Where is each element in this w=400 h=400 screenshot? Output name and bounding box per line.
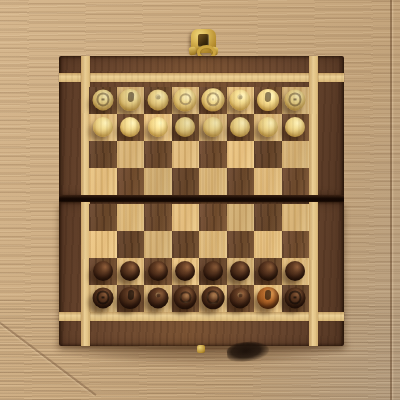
piece-black-pawn-h7: ♟ [285, 261, 305, 281]
piece-black-pawn-g7: ♟ [258, 261, 278, 281]
piece-body [147, 89, 168, 110]
square-g3 [254, 141, 282, 168]
plank-seam-right [390, 0, 392, 400]
piece-body [285, 89, 306, 110]
inlay-stripe-horizontal-top [59, 73, 344, 82]
square-b8: ♞ [117, 285, 145, 312]
piece-white-pawn-c2: ♙ [148, 117, 168, 137]
square-h6 [282, 231, 310, 258]
piece-body [258, 261, 278, 281]
square-d5 [172, 204, 200, 231]
piece-white-pawn-b2: ♙ [120, 117, 140, 137]
square-d7: ♟ [172, 258, 200, 285]
square-g5 [254, 204, 282, 231]
piece-body [230, 89, 251, 110]
piece-body [230, 117, 250, 137]
piece-white-pawn-d2: ♙ [175, 117, 195, 137]
piece-body [203, 117, 223, 137]
chess-box-photo: ♖♘♗♕♔♗♘♖♙♙♙♙♙♙♙♙ ♟♟♟♟♟♟♟♟♜♞♝♛♚♝♞♜ [0, 0, 400, 400]
piece-body [203, 261, 223, 281]
square-b5 [117, 204, 145, 231]
square-a4 [89, 168, 117, 195]
piece-body [258, 117, 278, 137]
piece-white-queen-d1: ♕ [174, 88, 197, 111]
square-h8: ♜ [282, 285, 310, 312]
square-e1: ♔ [199, 87, 227, 114]
piece-black-pawn-c7: ♟ [148, 261, 168, 281]
piece-body [92, 287, 113, 308]
square-f7: ♟ [227, 258, 255, 285]
piece-body [120, 261, 140, 281]
piece-body [285, 261, 305, 281]
square-e3 [199, 141, 227, 168]
piece-white-rook-h1: ♖ [285, 89, 306, 110]
brass-clasp-foot-left [188, 47, 196, 56]
square-b2: ♙ [117, 114, 145, 141]
square-f2: ♙ [227, 114, 255, 141]
piece-body [92, 89, 113, 110]
square-e2: ♙ [199, 114, 227, 141]
square-a2: ♙ [89, 114, 117, 141]
piece-body [147, 287, 168, 308]
square-a3 [89, 141, 117, 168]
piece-body [175, 261, 195, 281]
piece-black-knight-b8: ♞ [119, 286, 141, 308]
piece-body [93, 261, 113, 281]
square-b4 [117, 168, 145, 195]
square-g4 [254, 168, 282, 195]
piece-body [175, 117, 195, 137]
piece-black-rook-a8: ♜ [92, 287, 113, 308]
square-c4 [144, 168, 172, 195]
square-g7: ♟ [254, 258, 282, 285]
square-c1: ♗ [144, 87, 172, 114]
piece-black-pawn-f7: ♟ [230, 261, 250, 281]
square-b6 [117, 231, 145, 258]
square-h1: ♖ [282, 87, 310, 114]
square-e7: ♟ [199, 258, 227, 285]
square-c8: ♝ [144, 285, 172, 312]
square-h4 [282, 168, 310, 195]
square-d1: ♕ [172, 87, 200, 114]
square-h7: ♟ [282, 258, 310, 285]
piece-body [285, 287, 306, 308]
piece-black-pawn-a7: ♟ [93, 261, 113, 281]
piece-black-pawn-d7: ♟ [175, 261, 195, 281]
brass-clasp [190, 29, 217, 59]
square-f5 [227, 204, 255, 231]
square-a5 [89, 204, 117, 231]
piece-white-knight-b1: ♘ [119, 88, 141, 110]
square-c2: ♙ [144, 114, 172, 141]
piece-body [230, 287, 251, 308]
piece-body [257, 88, 279, 110]
square-g6 [254, 231, 282, 258]
square-e5 [199, 204, 227, 231]
square-c3 [144, 141, 172, 168]
square-h2: ♙ [282, 114, 310, 141]
piece-white-pawn-e2: ♙ [203, 117, 223, 137]
piece-black-bishop-c8: ♝ [147, 287, 168, 308]
square-e4 [199, 168, 227, 195]
piece-body [230, 261, 250, 281]
square-d6 [172, 231, 200, 258]
square-c6 [144, 231, 172, 258]
inlay-stripe-vertical-right-bottom [309, 202, 318, 346]
piece-white-bishop-c1: ♗ [147, 89, 168, 110]
piece-body [119, 88, 141, 110]
piece-body [148, 261, 168, 281]
board-grid-ranks-5-8: ♟♟♟♟♟♟♟♟♜♞♝♛♚♝♞♜ [89, 204, 309, 312]
square-g8: ♞ [254, 285, 282, 312]
brass-hinge-pin [197, 345, 205, 353]
square-b7: ♟ [117, 258, 145, 285]
square-d4 [172, 168, 200, 195]
square-a6 [89, 231, 117, 258]
piece-body [174, 286, 197, 309]
inlay-stripe-horizontal-bottom [59, 312, 344, 321]
piece-black-bishop-f8: ♝ [230, 287, 251, 308]
board-grid-ranks-1-4: ♖♘♗♕♔♗♘♖♙♙♙♙♙♙♙♙ [89, 87, 309, 195]
square-f8: ♝ [227, 285, 255, 312]
square-b1: ♘ [117, 87, 145, 114]
inlay-stripe-vertical-right-top [309, 56, 318, 197]
square-d8: ♛ [172, 285, 200, 312]
square-f4 [227, 168, 255, 195]
square-h5 [282, 204, 310, 231]
square-f1: ♗ [227, 87, 255, 114]
square-f6 [227, 231, 255, 258]
square-d2: ♙ [172, 114, 200, 141]
piece-body [148, 117, 168, 137]
square-g2: ♙ [254, 114, 282, 141]
square-f3 [227, 141, 255, 168]
piece-black-pawn-e7: ♟ [203, 261, 223, 281]
piece-body [257, 286, 279, 308]
piece-white-knight-g1: ♘ [257, 88, 279, 110]
piece-white-bishop-f1: ♗ [230, 89, 251, 110]
piece-white-king-e1: ♔ [201, 88, 224, 111]
piece-body [120, 117, 140, 137]
piece-black-pawn-b7: ♟ [120, 261, 140, 281]
piece-black-queen-d8: ♛ [174, 286, 197, 309]
square-a8: ♜ [89, 285, 117, 312]
piece-white-rook-a1: ♖ [92, 89, 113, 110]
square-a1: ♖ [89, 87, 117, 114]
square-h3 [282, 141, 310, 168]
square-g1: ♘ [254, 87, 282, 114]
piece-white-pawn-f2: ♙ [230, 117, 250, 137]
piece-white-pawn-h2: ♙ [285, 117, 305, 137]
piece-black-king-e8: ♚ [201, 286, 224, 309]
square-e8: ♚ [199, 285, 227, 312]
piece-body [119, 286, 141, 308]
piece-black-knight-g8: ♞ [257, 286, 279, 308]
piece-black-rook-h8: ♜ [285, 287, 306, 308]
board-half-bottom: ♟♟♟♟♟♟♟♟♜♞♝♛♚♝♞♜ [59, 202, 344, 346]
piece-white-pawn-g2: ♙ [258, 117, 278, 137]
board-half-top: ♖♘♗♕♔♗♘♖♙♙♙♙♙♙♙♙ [59, 56, 344, 197]
square-e6 [199, 231, 227, 258]
piece-body [285, 117, 305, 137]
piece-body [174, 88, 197, 111]
square-a7: ♟ [89, 258, 117, 285]
piece-white-pawn-a2: ♙ [93, 117, 113, 137]
square-c5 [144, 204, 172, 231]
piece-body [201, 286, 224, 309]
square-d3 [172, 141, 200, 168]
piece-body [201, 88, 224, 111]
square-c7: ♟ [144, 258, 172, 285]
square-b3 [117, 141, 145, 168]
piece-body [93, 117, 113, 137]
folding-chess-board: ♖♘♗♕♔♗♘♖♙♙♙♙♙♙♙♙ ♟♟♟♟♟♟♟♟♜♞♝♛♚♝♞♜ [59, 56, 344, 346]
